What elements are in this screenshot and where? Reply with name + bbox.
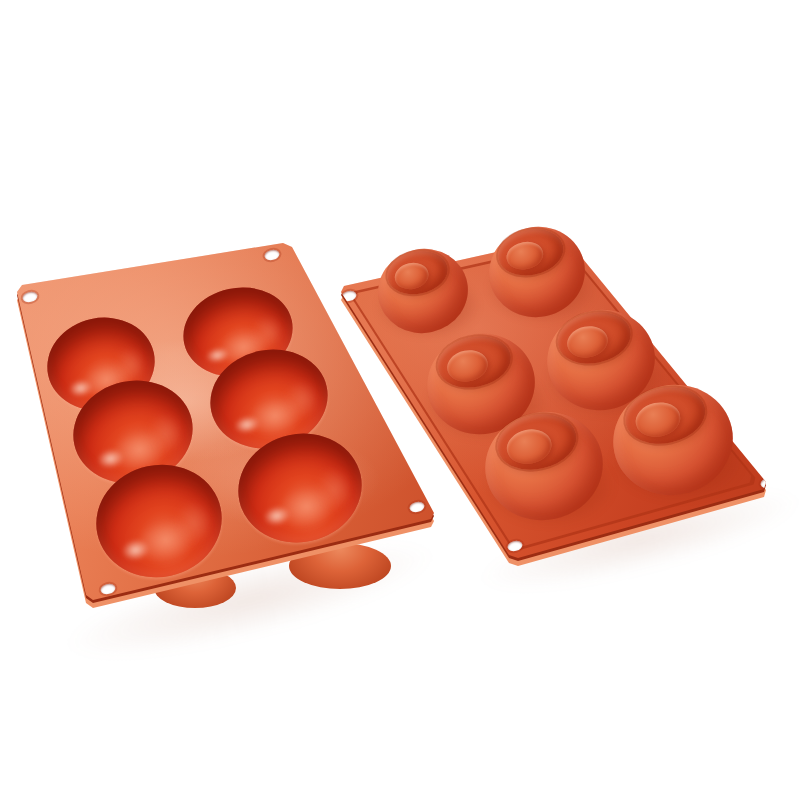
dome-disc <box>504 238 546 273</box>
dome-plateau <box>494 223 567 281</box>
dome-disc <box>392 260 431 293</box>
cavity-glare <box>204 345 231 366</box>
dome-plateau <box>553 306 635 370</box>
dome-group <box>330 228 782 568</box>
product-photo-stage <box>0 0 800 800</box>
mold-dome <box>370 241 475 342</box>
cavity-glare <box>96 447 126 470</box>
dome-disc <box>632 399 684 442</box>
dome-disc <box>564 322 611 361</box>
dome-plateau <box>433 330 515 394</box>
dome-plateau <box>383 246 452 300</box>
dome-disc <box>504 425 555 467</box>
dome-mold-tray <box>330 228 782 568</box>
dome-disc <box>444 346 491 385</box>
mold-dome <box>481 218 594 326</box>
